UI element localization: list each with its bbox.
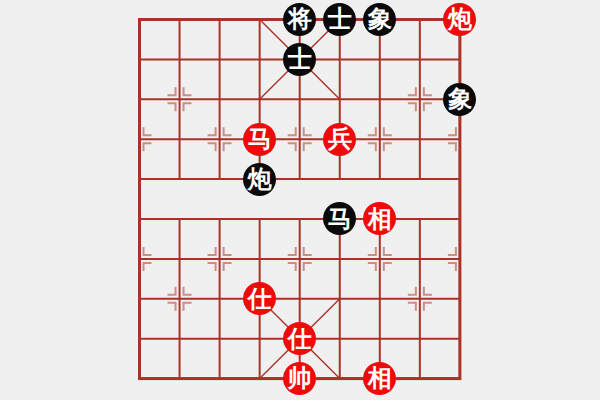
- xiangqi-board: 将士象炮士象马兵炮马相仕仕帅相: [0, 0, 600, 400]
- piece-red-pawn[interactable]: 兵: [323, 123, 356, 156]
- piece-red-general[interactable]: 帅: [283, 362, 316, 395]
- piece-black-elephant[interactable]: 象: [443, 83, 476, 116]
- piece-red-horse[interactable]: 马: [243, 123, 276, 156]
- piece-black-horse[interactable]: 马: [323, 202, 356, 235]
- piece-red-cannon[interactable]: 炮: [443, 3, 476, 36]
- piece-red-elephant[interactable]: 相: [363, 362, 396, 395]
- piece-red-advisor[interactable]: 仕: [243, 282, 276, 315]
- piece-red-advisor[interactable]: 仕: [283, 322, 316, 355]
- piece-black-advisor[interactable]: 士: [283, 43, 316, 76]
- page-background: 将士象炮士象马兵炮马相仕仕帅相: [0, 0, 600, 400]
- piece-red-elephant[interactable]: 相: [363, 202, 396, 235]
- piece-black-general[interactable]: 将: [283, 3, 316, 36]
- piece-black-cannon[interactable]: 炮: [243, 163, 276, 196]
- piece-black-advisor[interactable]: 士: [323, 3, 356, 36]
- pieces-layer: 将士象炮士象马兵炮马相仕仕帅相: [120, 0, 481, 399]
- piece-black-elephant[interactable]: 象: [363, 3, 396, 36]
